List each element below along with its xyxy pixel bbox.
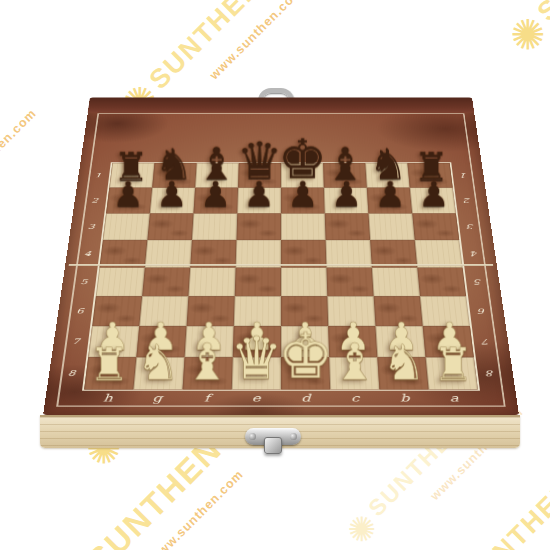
rank-label: 7 [472, 326, 501, 357]
piece-light-n-g8: ♞ [136, 338, 180, 387]
rank-label: 5 [70, 268, 98, 297]
file-label: c [330, 391, 380, 411]
piece-light-n-b8: ♞ [382, 338, 426, 387]
square-e3 [236, 213, 281, 240]
square-d5 [281, 268, 327, 297]
square-a5 [417, 268, 466, 297]
rank-label: 2 [454, 188, 480, 214]
piece-dark-p-g2: ♟ [156, 177, 187, 212]
file-label: d [281, 391, 331, 411]
square-g2: ♟ [150, 188, 195, 214]
file-label: g [131, 391, 182, 411]
rank-label: 2 [82, 188, 108, 214]
clasp-screw-icon [290, 433, 297, 440]
square-h5 [96, 268, 145, 297]
square-e2: ♟ [237, 188, 281, 214]
file-label: e [231, 391, 281, 411]
board-side-edge [40, 415, 520, 448]
square-c3 [325, 213, 370, 240]
product-photo-page: ✺SUNTHEN www.sunthen.com ✺SUNTHEN www.su… [0, 0, 550, 550]
square-c5 [326, 268, 373, 297]
square-a8: ♜ [426, 357, 478, 389]
square-a2: ♟ [410, 188, 456, 214]
watermark-url-text: www.sunthen.com [148, 465, 248, 550]
rank-label: 5 [464, 268, 492, 297]
piece-dark-p-d2: ♟ [287, 177, 318, 212]
file-label: a [429, 391, 481, 411]
chess-board: ♜♞♝♛♚♝♞♜♟♟♟♟♟♟♟♟♟♟♟♟♟♟♟♟♜♞♝♛♚♝♞♜ 1234567… [43, 98, 519, 415]
square-h2: ♟ [106, 188, 152, 214]
sun-logo-icon: ✺ [339, 506, 386, 550]
rank-label: 1 [85, 163, 110, 188]
square-d2: ♟ [281, 188, 325, 214]
square-g5 [142, 268, 190, 297]
piece-light-b-f8: ♝ [184, 336, 230, 387]
square-c2: ♟ [324, 188, 369, 214]
piece-light-r-a8: ♜ [433, 342, 474, 387]
square-f2: ♟ [194, 188, 239, 214]
square-b8: ♞ [377, 357, 428, 389]
piece-light-k-d8: ♚ [277, 325, 333, 388]
square-f3 [192, 213, 237, 240]
piece-dark-p-a2: ♟ [418, 177, 449, 212]
square-d8: ♚ [281, 357, 330, 389]
square-b3 [368, 213, 414, 240]
rank-label: 8 [57, 357, 87, 389]
file-label: f [181, 391, 231, 411]
square-b2: ♟ [367, 188, 412, 214]
square-h3 [103, 213, 150, 240]
rank-label: 7 [61, 326, 90, 357]
rank-label: 3 [458, 213, 485, 240]
rank-label: 8 [476, 357, 506, 389]
square-h8: ♜ [84, 357, 136, 389]
watermark-url-text: www.sunthen.com [521, 486, 550, 550]
square-d3 [281, 213, 326, 240]
piece-dark-p-c2: ♟ [331, 177, 362, 212]
board-scene: ♜♞♝♛♚♝♞♜♟♟♟♟♟♟♟♟♟♟♟♟♟♟♟♟♜♞♝♛♚♝♞♜ 1234567… [43, 0, 519, 415]
board-grid: ♜♞♝♛♚♝♞♜♟♟♟♟♟♟♟♟♟♟♟♟♟♟♟♟♜♞♝♛♚♝♞♜ [84, 163, 478, 389]
square-e8: ♛ [232, 357, 281, 389]
file-label: h [82, 391, 134, 411]
watermark-brand-text: SUNTHEN [531, 0, 550, 27]
piece-light-r-h8: ♜ [89, 342, 130, 387]
square-f8: ♝ [183, 357, 233, 389]
clasp-latch [245, 428, 301, 445]
piece-light-b-c8: ♝ [332, 336, 378, 387]
square-c8: ♝ [329, 357, 379, 389]
watermark-tile: ✺SUNTHEN www.sunthen.com [0, 71, 39, 265]
rank-label: 1 [451, 163, 476, 188]
board-far-edge [88, 98, 474, 113]
rank-label: 6 [468, 296, 496, 326]
square-a3 [412, 213, 459, 240]
watermark-tile: ✺SUNTHEN www.sunthen.com [425, 451, 550, 550]
piece-dark-p-f2: ♟ [200, 177, 231, 212]
piece-dark-p-e2: ♟ [243, 177, 274, 212]
watermark-brand-text: SUNTHEN [0, 94, 1, 217]
square-e5 [235, 268, 281, 297]
rank-label: 3 [78, 213, 105, 240]
clasp-knob [264, 437, 282, 454]
file-label: b [379, 391, 430, 411]
square-f5 [188, 268, 235, 297]
rank-label: 6 [66, 296, 94, 326]
clasp-screw-icon [249, 433, 256, 440]
fold-seam [69, 264, 494, 266]
file-labels-bottom: hgfedcba [82, 391, 481, 411]
piece-dark-p-b2: ♟ [375, 177, 406, 212]
square-b5 [372, 268, 420, 297]
square-g3 [147, 213, 193, 240]
square-g8: ♞ [133, 357, 184, 389]
watermark-brand-text: SUNTHEN [457, 474, 550, 550]
watermark-url-text: www.sunthen.com [0, 106, 39, 204]
piece-dark-p-h2: ♟ [112, 177, 143, 212]
piece-light-q-e8: ♛ [230, 329, 283, 388]
